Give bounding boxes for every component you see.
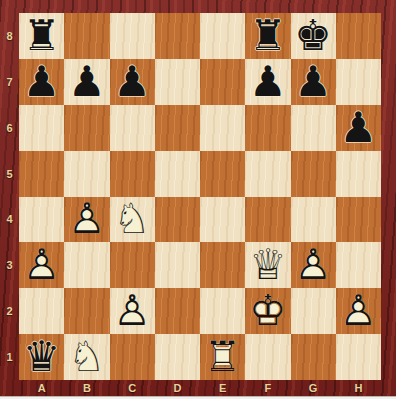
square-c4[interactable]: ♞♘ xyxy=(110,197,155,243)
piece-white-knight-c4[interactable]: ♞♘ xyxy=(110,197,155,243)
square-b8[interactable] xyxy=(64,13,109,59)
square-c7[interactable]: ♟ xyxy=(110,59,155,105)
square-e2[interactable] xyxy=(200,288,245,334)
file-label-e: E xyxy=(200,380,245,396)
square-d2[interactable] xyxy=(155,288,200,334)
square-g1[interactable] xyxy=(291,334,336,380)
square-f7[interactable]: ♟ xyxy=(245,59,290,105)
square-a7[interactable]: ♟ xyxy=(19,59,64,105)
square-d7[interactable] xyxy=(155,59,200,105)
piece-white-pawn-h2[interactable]: ♟♙ xyxy=(336,288,381,334)
square-b5[interactable] xyxy=(64,151,109,197)
square-f4[interactable] xyxy=(245,197,290,243)
square-a4[interactable] xyxy=(19,197,64,243)
square-a5[interactable] xyxy=(19,151,64,197)
piece-black-rook-a8[interactable]: ♜ xyxy=(19,13,64,59)
file-labels: ABCDEFGH xyxy=(19,380,381,396)
file-label-c: C xyxy=(110,380,155,396)
piece-black-king-g8[interactable]: ♚ xyxy=(291,13,336,59)
rank-label-3: 3 xyxy=(0,242,19,288)
square-c6[interactable] xyxy=(110,105,155,151)
square-d6[interactable] xyxy=(155,105,200,151)
square-g4[interactable] xyxy=(291,197,336,243)
square-b2[interactable] xyxy=(64,288,109,334)
square-c3[interactable] xyxy=(110,242,155,288)
piece-black-rook-f8[interactable]: ♜ xyxy=(245,13,290,59)
piece-white-pawn-c2[interactable]: ♟♙ xyxy=(110,288,155,334)
square-e3[interactable] xyxy=(200,242,245,288)
square-g5[interactable] xyxy=(291,151,336,197)
file-label-d: D xyxy=(155,380,200,396)
piece-white-king-f2[interactable]: ♚♔ xyxy=(245,288,290,334)
square-e8[interactable] xyxy=(200,13,245,59)
square-f3[interactable]: ♛♕ xyxy=(245,242,290,288)
square-e4[interactable] xyxy=(200,197,245,243)
square-h7[interactable] xyxy=(336,59,381,105)
piece-white-pawn-b4[interactable]: ♟♙ xyxy=(64,197,109,243)
square-e6[interactable] xyxy=(200,105,245,151)
square-f2[interactable]: ♚♔ xyxy=(245,288,290,334)
square-a1[interactable]: ♛ xyxy=(19,334,64,380)
square-c5[interactable] xyxy=(110,151,155,197)
piece-white-knight-b1[interactable]: ♞♘ xyxy=(64,334,109,380)
piece-white-rook-e1[interactable]: ♜♖ xyxy=(200,334,245,380)
square-e5[interactable] xyxy=(200,151,245,197)
square-d8[interactable] xyxy=(155,13,200,59)
piece-black-pawn-a7[interactable]: ♟ xyxy=(19,59,64,105)
square-c1[interactable] xyxy=(110,334,155,380)
piece-black-pawn-c7[interactable]: ♟ xyxy=(110,59,155,105)
square-a6[interactable] xyxy=(19,105,64,151)
square-c2[interactable]: ♟♙ xyxy=(110,288,155,334)
square-h3[interactable] xyxy=(336,242,381,288)
rank-labels: 87654321 xyxy=(0,13,19,380)
square-a3[interactable]: ♟♙ xyxy=(19,242,64,288)
square-g6[interactable] xyxy=(291,105,336,151)
file-label-g: G xyxy=(291,380,336,396)
square-g8[interactable]: ♚ xyxy=(291,13,336,59)
square-g7[interactable]: ♟ xyxy=(291,59,336,105)
file-label-h: H xyxy=(336,380,381,396)
square-b7[interactable]: ♟ xyxy=(64,59,109,105)
square-h8[interactable] xyxy=(336,13,381,59)
square-b4[interactable]: ♟♙ xyxy=(64,197,109,243)
square-f6[interactable] xyxy=(245,105,290,151)
square-g2[interactable] xyxy=(291,288,336,334)
piece-black-pawn-f7[interactable]: ♟ xyxy=(245,59,290,105)
square-b1[interactable]: ♞♘ xyxy=(64,334,109,380)
square-g3[interactable]: ♟♙ xyxy=(291,242,336,288)
square-d1[interactable] xyxy=(155,334,200,380)
square-f1[interactable] xyxy=(245,334,290,380)
square-a2[interactable] xyxy=(19,288,64,334)
rank-label-5: 5 xyxy=(0,151,19,197)
piece-black-pawn-b7[interactable]: ♟ xyxy=(64,59,109,105)
file-label-a: A xyxy=(19,380,64,396)
piece-white-pawn-g3[interactable]: ♟♙ xyxy=(291,242,336,288)
rank-label-8: 8 xyxy=(0,13,19,59)
rank-label-4: 4 xyxy=(0,197,19,243)
square-h1[interactable] xyxy=(336,334,381,380)
rank-label-2: 2 xyxy=(0,288,19,334)
piece-black-queen-a1[interactable]: ♛ xyxy=(19,334,64,380)
square-f5[interactable] xyxy=(245,151,290,197)
piece-black-pawn-h6[interactable]: ♟ xyxy=(336,105,381,151)
square-c8[interactable] xyxy=(110,13,155,59)
file-label-b: B xyxy=(64,380,109,396)
square-h5[interactable] xyxy=(336,151,381,197)
chess-board: ♜♜♚♟♟♟♟♟♟♟♙♞♘♟♙♛♕♟♙♟♙♚♔♟♙♛♞♘♜♖ xyxy=(19,13,381,380)
rank-label-6: 6 xyxy=(0,105,19,151)
square-d3[interactable] xyxy=(155,242,200,288)
square-d5[interactable] xyxy=(155,151,200,197)
file-label-f: F xyxy=(245,380,290,396)
square-e7[interactable] xyxy=(200,59,245,105)
piece-white-pawn-a3[interactable]: ♟♙ xyxy=(19,242,64,288)
piece-black-pawn-g7[interactable]: ♟ xyxy=(291,59,336,105)
chess-board-window: 87654321 ♜♜♚♟♟♟♟♟♟♟♙♞♘♟♙♛♕♟♙♟♙♚♔♟♙♛♞♘♜♖ … xyxy=(0,0,396,399)
square-d4[interactable] xyxy=(155,197,200,243)
square-h6[interactable]: ♟ xyxy=(336,105,381,151)
piece-white-queen-f3[interactable]: ♛♕ xyxy=(245,242,290,288)
square-h4[interactable] xyxy=(336,197,381,243)
square-h2[interactable]: ♟♙ xyxy=(336,288,381,334)
square-e1[interactable]: ♜♖ xyxy=(200,334,245,380)
square-f8[interactable]: ♜ xyxy=(245,13,290,59)
square-b3[interactable] xyxy=(64,242,109,288)
square-a8[interactable]: ♜ xyxy=(19,13,64,59)
rank-label-1: 1 xyxy=(0,334,19,380)
rank-label-7: 7 xyxy=(0,59,19,105)
square-b6[interactable] xyxy=(64,105,109,151)
